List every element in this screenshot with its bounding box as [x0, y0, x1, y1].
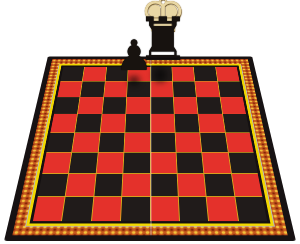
square — [128, 67, 150, 81]
square — [42, 152, 71, 173]
square — [75, 114, 101, 132]
square — [38, 174, 69, 196]
square — [150, 152, 176, 173]
square — [54, 97, 80, 113]
square — [81, 82, 105, 97]
yellow-frame-line — [26, 64, 274, 226]
square — [124, 133, 149, 152]
square — [225, 133, 253, 152]
square — [207, 197, 238, 221]
square — [61, 67, 85, 81]
square — [69, 152, 97, 173]
square — [194, 67, 217, 81]
square — [199, 114, 225, 132]
square — [195, 82, 219, 97]
square — [83, 67, 106, 81]
square — [200, 133, 227, 152]
chessboard-photo-scene: ♚ ♜ ♟ — [0, 0, 300, 244]
square — [232, 174, 263, 196]
square — [127, 82, 149, 97]
square — [220, 97, 246, 113]
square — [223, 114, 250, 132]
square — [96, 152, 123, 173]
square — [150, 133, 175, 152]
square — [122, 174, 149, 196]
square — [33, 197, 65, 221]
square — [123, 152, 149, 173]
square — [150, 174, 177, 196]
square — [47, 133, 75, 152]
square — [174, 97, 198, 113]
black-frame-gap — [30, 65, 271, 223]
square — [125, 114, 149, 132]
square — [150, 67, 172, 81]
square — [104, 82, 127, 97]
silver-frame-line — [25, 64, 275, 227]
square — [176, 152, 203, 173]
square — [150, 97, 173, 113]
square — [126, 97, 149, 113]
square — [175, 114, 200, 132]
square — [62, 197, 93, 221]
square — [150, 197, 178, 221]
square — [150, 114, 174, 132]
square — [99, 133, 125, 152]
king-reflection — [150, 34, 176, 50]
square — [175, 133, 201, 152]
square — [179, 197, 209, 221]
square — [235, 197, 267, 221]
square — [172, 67, 194, 81]
square — [202, 152, 230, 173]
square — [102, 97, 126, 113]
square — [197, 97, 222, 113]
square — [100, 114, 125, 132]
ornament-border-band — [12, 59, 287, 235]
square — [177, 174, 205, 196]
square — [150, 82, 172, 97]
chessboard — [4, 56, 296, 241]
square — [173, 82, 196, 97]
square — [73, 133, 100, 152]
square — [50, 114, 77, 132]
square — [205, 174, 234, 196]
square — [78, 97, 103, 113]
square — [94, 174, 122, 196]
square — [57, 82, 82, 97]
square — [121, 197, 149, 221]
board-squares — [33, 67, 267, 221]
white-king-piece: ♚ — [139, 0, 187, 39]
square — [218, 82, 243, 97]
square — [92, 197, 122, 221]
square — [216, 67, 240, 81]
square — [66, 174, 95, 196]
square — [105, 67, 127, 81]
square — [228, 152, 257, 173]
